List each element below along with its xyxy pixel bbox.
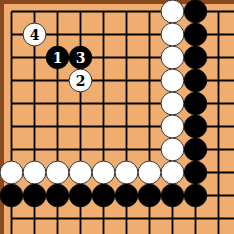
black-stone[interactable] <box>161 184 184 207</box>
black-stone[interactable] <box>46 184 69 207</box>
go-board-diagram: 4213 <box>0 0 234 234</box>
white-stone[interactable] <box>69 161 92 184</box>
white-stone-2[interactable] <box>69 69 92 92</box>
white-stone[interactable] <box>23 161 46 184</box>
black-stone-3[interactable] <box>69 46 92 69</box>
white-stone-4[interactable] <box>23 23 46 46</box>
black-stone[interactable] <box>184 46 207 69</box>
black-stone[interactable] <box>184 138 207 161</box>
black-stone[interactable] <box>184 69 207 92</box>
black-stone[interactable] <box>184 23 207 46</box>
black-stone[interactable] <box>184 115 207 138</box>
black-stone[interactable] <box>92 184 115 207</box>
white-stone[interactable] <box>161 138 184 161</box>
go-board[interactable]: 4213 <box>0 0 234 234</box>
black-stone[interactable] <box>184 92 207 115</box>
white-stone[interactable] <box>161 161 184 184</box>
black-stone-1[interactable] <box>46 46 69 69</box>
black-stone[interactable] <box>0 184 23 207</box>
black-stone[interactable] <box>69 184 92 207</box>
white-stone[interactable] <box>46 161 69 184</box>
white-stone[interactable] <box>161 115 184 138</box>
white-stone[interactable] <box>115 161 138 184</box>
black-stone[interactable] <box>184 161 207 184</box>
white-stone[interactable] <box>0 161 23 184</box>
black-stone[interactable] <box>115 184 138 207</box>
black-stone[interactable] <box>23 184 46 207</box>
black-stone[interactable] <box>184 0 207 23</box>
white-stone[interactable] <box>161 69 184 92</box>
white-stone[interactable] <box>92 161 115 184</box>
white-stone[interactable] <box>161 46 184 69</box>
white-stone[interactable] <box>161 0 184 23</box>
black-stone[interactable] <box>138 184 161 207</box>
white-stone[interactable] <box>138 161 161 184</box>
white-stone[interactable] <box>161 23 184 46</box>
black-stone[interactable] <box>184 184 207 207</box>
white-stone[interactable] <box>161 92 184 115</box>
